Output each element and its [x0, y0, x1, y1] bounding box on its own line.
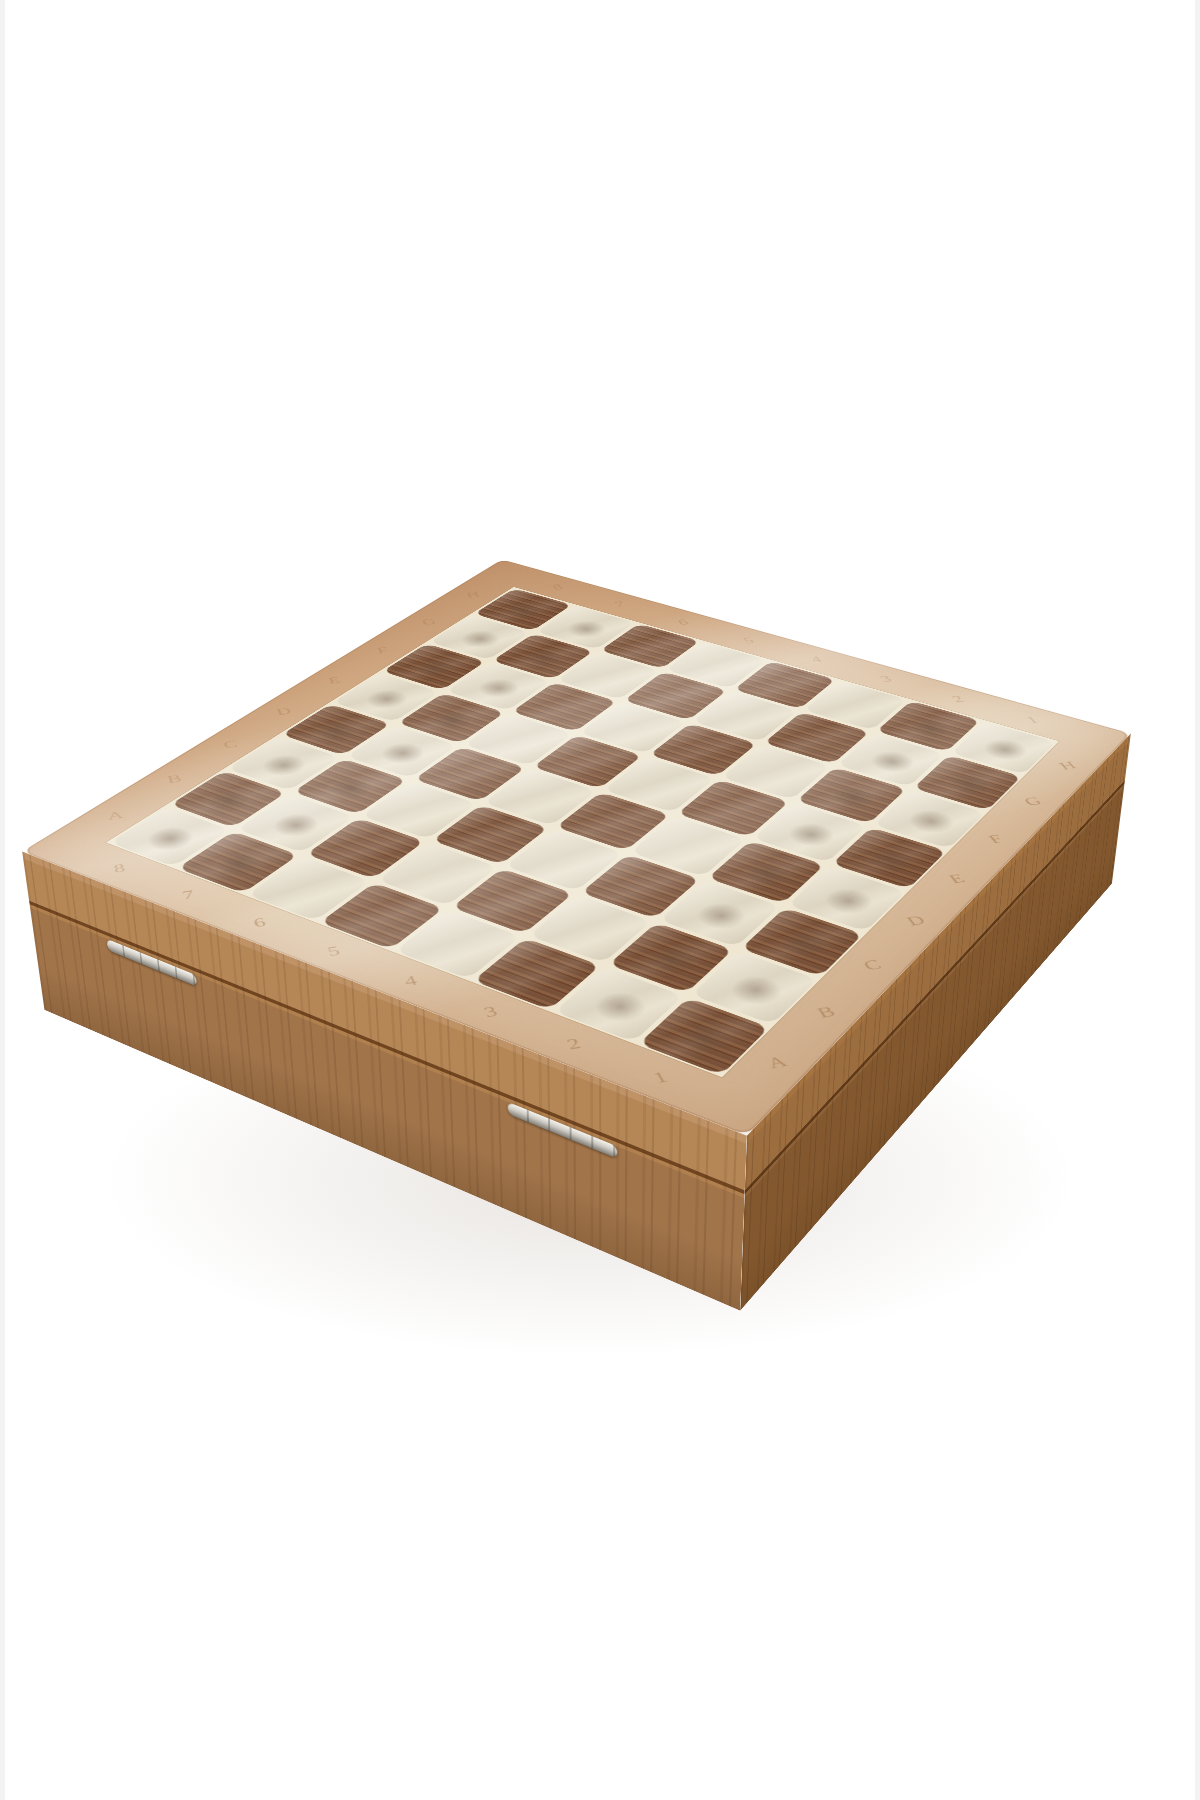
edge-label-rank-4: 4 [391, 970, 429, 993]
product-photo-page: { "game": "chess", "position": { "fen": … [0, 0, 1200, 1800]
edge-label-rank-6: 6 [242, 912, 278, 933]
edge-label-far-rank-5: 5 [733, 633, 765, 647]
scene: 8877665544332211AABBCCDDEEFFGGHH ♜♞♝♛♚♝♞… [0, 0, 1200, 1800]
rook-glyph: ♜ [610, 927, 798, 1042]
edge-label-far-file-G: G [414, 615, 444, 628]
edge-label-far-rank-7: 7 [604, 598, 634, 611]
square-b5 [377, 842, 497, 905]
edge-label-file-G: G [1014, 792, 1052, 810]
edge-label-file-B: B [805, 1000, 847, 1024]
lid-hinge-left [106, 939, 197, 987]
lid-hinge-right [508, 1102, 618, 1159]
chess-box-set: 8877665544332211AABBCCDDEEFFGGHH ♜♞♝♛♚♝♞… [22, 559, 1131, 1135]
edge-label-far-rank-8: 8 [543, 581, 573, 594]
edge-label-far-file-E: E [319, 673, 350, 688]
square-c5 [432, 805, 549, 865]
edge-label-far-file-H: H [458, 588, 487, 601]
edge-label-far-rank-1: 1 [1014, 712, 1050, 728]
edge-label-far-rank-3: 3 [869, 671, 903, 686]
edge-label-file-C: C [852, 954, 893, 976]
square-a5 [320, 882, 444, 949]
edge-label-rank-7: 7 [171, 885, 206, 905]
edge-label-rank-3: 3 [471, 1000, 511, 1024]
pawn-glyph: ♟ [154, 785, 322, 867]
edge-label-rank-5: 5 [315, 940, 352, 962]
square-a4 [395, 909, 521, 978]
edge-label-far-file-F: F [368, 643, 398, 657]
edge-label-file-H: H [1049, 757, 1086, 774]
edge-label-far-rank-6: 6 [667, 615, 698, 629]
edge-label-file-E: E [937, 869, 977, 889]
edge-label-far-rank-4: 4 [800, 652, 833, 666]
edge-label-rank-2: 2 [553, 1032, 594, 1056]
edge-label-rank-8: 8 [103, 859, 137, 879]
edge-label-file-F: F [976, 830, 1015, 849]
edge-label-rank-1: 1 [639, 1065, 682, 1090]
edge-label-file-A: A [756, 1050, 799, 1075]
edge-label-file-D: D [896, 910, 937, 931]
